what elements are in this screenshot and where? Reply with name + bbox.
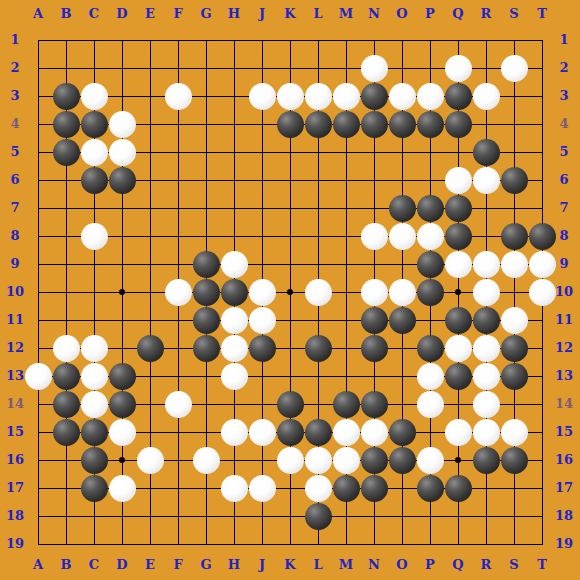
column-label: L (304, 7, 332, 21)
stone-white (445, 335, 472, 362)
row-label: 2 (1, 61, 29, 75)
column-label: N (360, 7, 388, 21)
stone-white (473, 363, 500, 390)
column-label: T (528, 558, 556, 572)
stone-white (445, 419, 472, 446)
row-label: 19 (550, 537, 578, 551)
stone-white (389, 223, 416, 250)
row-label: 16 (550, 453, 578, 467)
row-label: 19 (1, 537, 29, 551)
row-label: 13 (550, 369, 578, 383)
star-point (287, 289, 293, 295)
stone-white (109, 111, 136, 138)
stone-white (473, 167, 500, 194)
stone-white (389, 83, 416, 110)
column-label: M (332, 7, 360, 21)
stone-white (445, 167, 472, 194)
stone-white (501, 251, 528, 278)
stone-black (501, 167, 528, 194)
stone-black (305, 503, 332, 530)
row-label: 18 (1, 509, 29, 523)
stone-black (333, 111, 360, 138)
stone-white (417, 447, 444, 474)
column-label: C (80, 558, 108, 572)
stone-white (249, 307, 276, 334)
column-label: Q (444, 7, 472, 21)
stone-white (501, 307, 528, 334)
stone-black (81, 419, 108, 446)
row-label: 3 (550, 89, 578, 103)
stone-white (193, 447, 220, 474)
stone-white (221, 475, 248, 502)
stone-white (529, 279, 556, 306)
stone-black (417, 335, 444, 362)
stone-white (473, 335, 500, 362)
column-label: G (192, 558, 220, 572)
stone-black (81, 475, 108, 502)
stone-white (417, 223, 444, 250)
stone-black (445, 195, 472, 222)
stone-white (249, 83, 276, 110)
stone-black (81, 167, 108, 194)
column-label: P (416, 558, 444, 572)
stone-white (53, 335, 80, 362)
stone-black (193, 251, 220, 278)
stone-black (445, 223, 472, 250)
stone-black (361, 307, 388, 334)
stone-black (53, 139, 80, 166)
stone-black (389, 195, 416, 222)
stone-black (53, 419, 80, 446)
column-label: S (500, 558, 528, 572)
column-label: T (528, 7, 556, 21)
stone-white (305, 83, 332, 110)
column-label: J (248, 558, 276, 572)
row-label: 7 (1, 201, 29, 215)
stone-white (529, 251, 556, 278)
stone-black (445, 307, 472, 334)
stone-black (277, 111, 304, 138)
row-label: 12 (550, 341, 578, 355)
column-label: S (500, 7, 528, 21)
column-label: A (24, 558, 52, 572)
stone-black (501, 363, 528, 390)
column-label: D (108, 7, 136, 21)
stone-black (305, 111, 332, 138)
stone-black (53, 391, 80, 418)
column-label: E (136, 558, 164, 572)
stone-white (81, 223, 108, 250)
column-label: C (80, 7, 108, 21)
column-label: O (388, 558, 416, 572)
stone-white (333, 83, 360, 110)
column-label: K (276, 558, 304, 572)
stone-black (501, 447, 528, 474)
row-label: 15 (550, 425, 578, 439)
column-label: H (220, 558, 248, 572)
stone-black (417, 279, 444, 306)
stone-black (473, 447, 500, 474)
stone-white (305, 447, 332, 474)
stone-white (417, 363, 444, 390)
star-point (455, 457, 461, 463)
stone-black (389, 307, 416, 334)
stone-black (305, 335, 332, 362)
row-label: 2 (550, 61, 578, 75)
row-label: 6 (550, 173, 578, 187)
row-label: 15 (1, 425, 29, 439)
column-label: B (52, 7, 80, 21)
star-point (119, 289, 125, 295)
stone-white (361, 419, 388, 446)
stone-white (473, 83, 500, 110)
stone-white (361, 55, 388, 82)
column-label: M (332, 558, 360, 572)
stone-black (333, 391, 360, 418)
stone-black (501, 335, 528, 362)
stone-white (165, 391, 192, 418)
column-label: H (220, 7, 248, 21)
star-point (455, 289, 461, 295)
stone-white (249, 279, 276, 306)
stone-black (417, 251, 444, 278)
stone-white (473, 251, 500, 278)
star-point (119, 457, 125, 463)
column-label: E (136, 7, 164, 21)
stone-black (473, 307, 500, 334)
column-label: R (472, 7, 500, 21)
stone-white (473, 391, 500, 418)
stone-white (277, 447, 304, 474)
stone-white (473, 419, 500, 446)
stone-black (53, 363, 80, 390)
row-label: 4 (550, 117, 578, 131)
column-label: N (360, 558, 388, 572)
go-board-screen: ABCDEFGHJKLMNOPQRST ABCDEFGHJKLMNOPQRST … (0, 0, 580, 580)
stone-black (53, 111, 80, 138)
row-label: 1 (550, 33, 578, 47)
stone-black (333, 475, 360, 502)
stone-black (417, 111, 444, 138)
row-label: 7 (550, 201, 578, 215)
row-label: 17 (550, 481, 578, 495)
stone-white (305, 475, 332, 502)
stone-white (221, 419, 248, 446)
stone-white (109, 419, 136, 446)
row-label: 9 (1, 257, 29, 271)
column-label: L (304, 558, 332, 572)
stone-white (417, 391, 444, 418)
stone-white (333, 419, 360, 446)
stone-black (445, 83, 472, 110)
stone-black (361, 447, 388, 474)
stone-black (473, 139, 500, 166)
stone-white (389, 279, 416, 306)
stone-white (109, 139, 136, 166)
row-label: 4 (1, 117, 29, 131)
stone-white (445, 251, 472, 278)
row-label: 10 (1, 285, 29, 299)
stone-black (445, 475, 472, 502)
row-label: 8 (1, 229, 29, 243)
stone-white (81, 335, 108, 362)
stone-white (165, 279, 192, 306)
row-label: 3 (1, 89, 29, 103)
column-label: F (164, 7, 192, 21)
row-label: 17 (1, 481, 29, 495)
stone-white (25, 363, 52, 390)
stone-white (81, 363, 108, 390)
stone-white (221, 307, 248, 334)
stone-black (193, 279, 220, 306)
row-label: 11 (550, 313, 578, 327)
stone-white (81, 139, 108, 166)
stone-white (81, 391, 108, 418)
row-label: 14 (550, 397, 578, 411)
stone-black (529, 223, 556, 250)
stone-white (501, 55, 528, 82)
column-label: R (472, 558, 500, 572)
stone-white (81, 83, 108, 110)
stone-white (501, 419, 528, 446)
stone-black (361, 111, 388, 138)
stone-white (417, 83, 444, 110)
row-label: 1 (1, 33, 29, 47)
stone-black (361, 335, 388, 362)
stone-black (137, 335, 164, 362)
stone-black (305, 419, 332, 446)
stone-black (389, 419, 416, 446)
stone-white (361, 279, 388, 306)
stone-white (361, 223, 388, 250)
stone-black (417, 195, 444, 222)
row-label: 14 (1, 397, 29, 411)
column-label: F (164, 558, 192, 572)
stone-black (109, 363, 136, 390)
stone-white (165, 83, 192, 110)
stone-black (501, 223, 528, 250)
stone-black (389, 111, 416, 138)
stone-black (361, 83, 388, 110)
stone-white (137, 447, 164, 474)
stone-white (473, 279, 500, 306)
stone-black (277, 391, 304, 418)
stone-white (221, 251, 248, 278)
row-label: 18 (550, 509, 578, 523)
row-label: 16 (1, 453, 29, 467)
stone-black (389, 447, 416, 474)
column-label: J (248, 7, 276, 21)
stone-black (109, 391, 136, 418)
stone-black (193, 307, 220, 334)
stone-black (81, 447, 108, 474)
column-label: Q (444, 558, 472, 572)
stone-white (277, 83, 304, 110)
stone-white (445, 55, 472, 82)
stone-black (81, 111, 108, 138)
stone-white (249, 475, 276, 502)
column-label: O (388, 7, 416, 21)
column-label: B (52, 558, 80, 572)
stone-white (305, 279, 332, 306)
stone-black (417, 475, 444, 502)
stone-black (445, 111, 472, 138)
column-label: P (416, 7, 444, 21)
stone-black (249, 335, 276, 362)
stone-black (221, 279, 248, 306)
stone-white (221, 363, 248, 390)
stone-black (53, 83, 80, 110)
row-label: 6 (1, 173, 29, 187)
column-label: A (24, 7, 52, 21)
stone-black (445, 363, 472, 390)
stone-black (193, 335, 220, 362)
stone-black (361, 475, 388, 502)
stone-black (361, 391, 388, 418)
stone-black (277, 419, 304, 446)
column-label: K (276, 7, 304, 21)
row-label: 12 (1, 341, 29, 355)
stone-white (221, 335, 248, 362)
stone-white (249, 419, 276, 446)
stone-white (333, 447, 360, 474)
row-label: 11 (1, 313, 29, 327)
row-label: 5 (1, 145, 29, 159)
column-label: D (108, 558, 136, 572)
column-label: G (192, 7, 220, 21)
row-label: 5 (550, 145, 578, 159)
stone-white (109, 475, 136, 502)
stone-black (109, 167, 136, 194)
